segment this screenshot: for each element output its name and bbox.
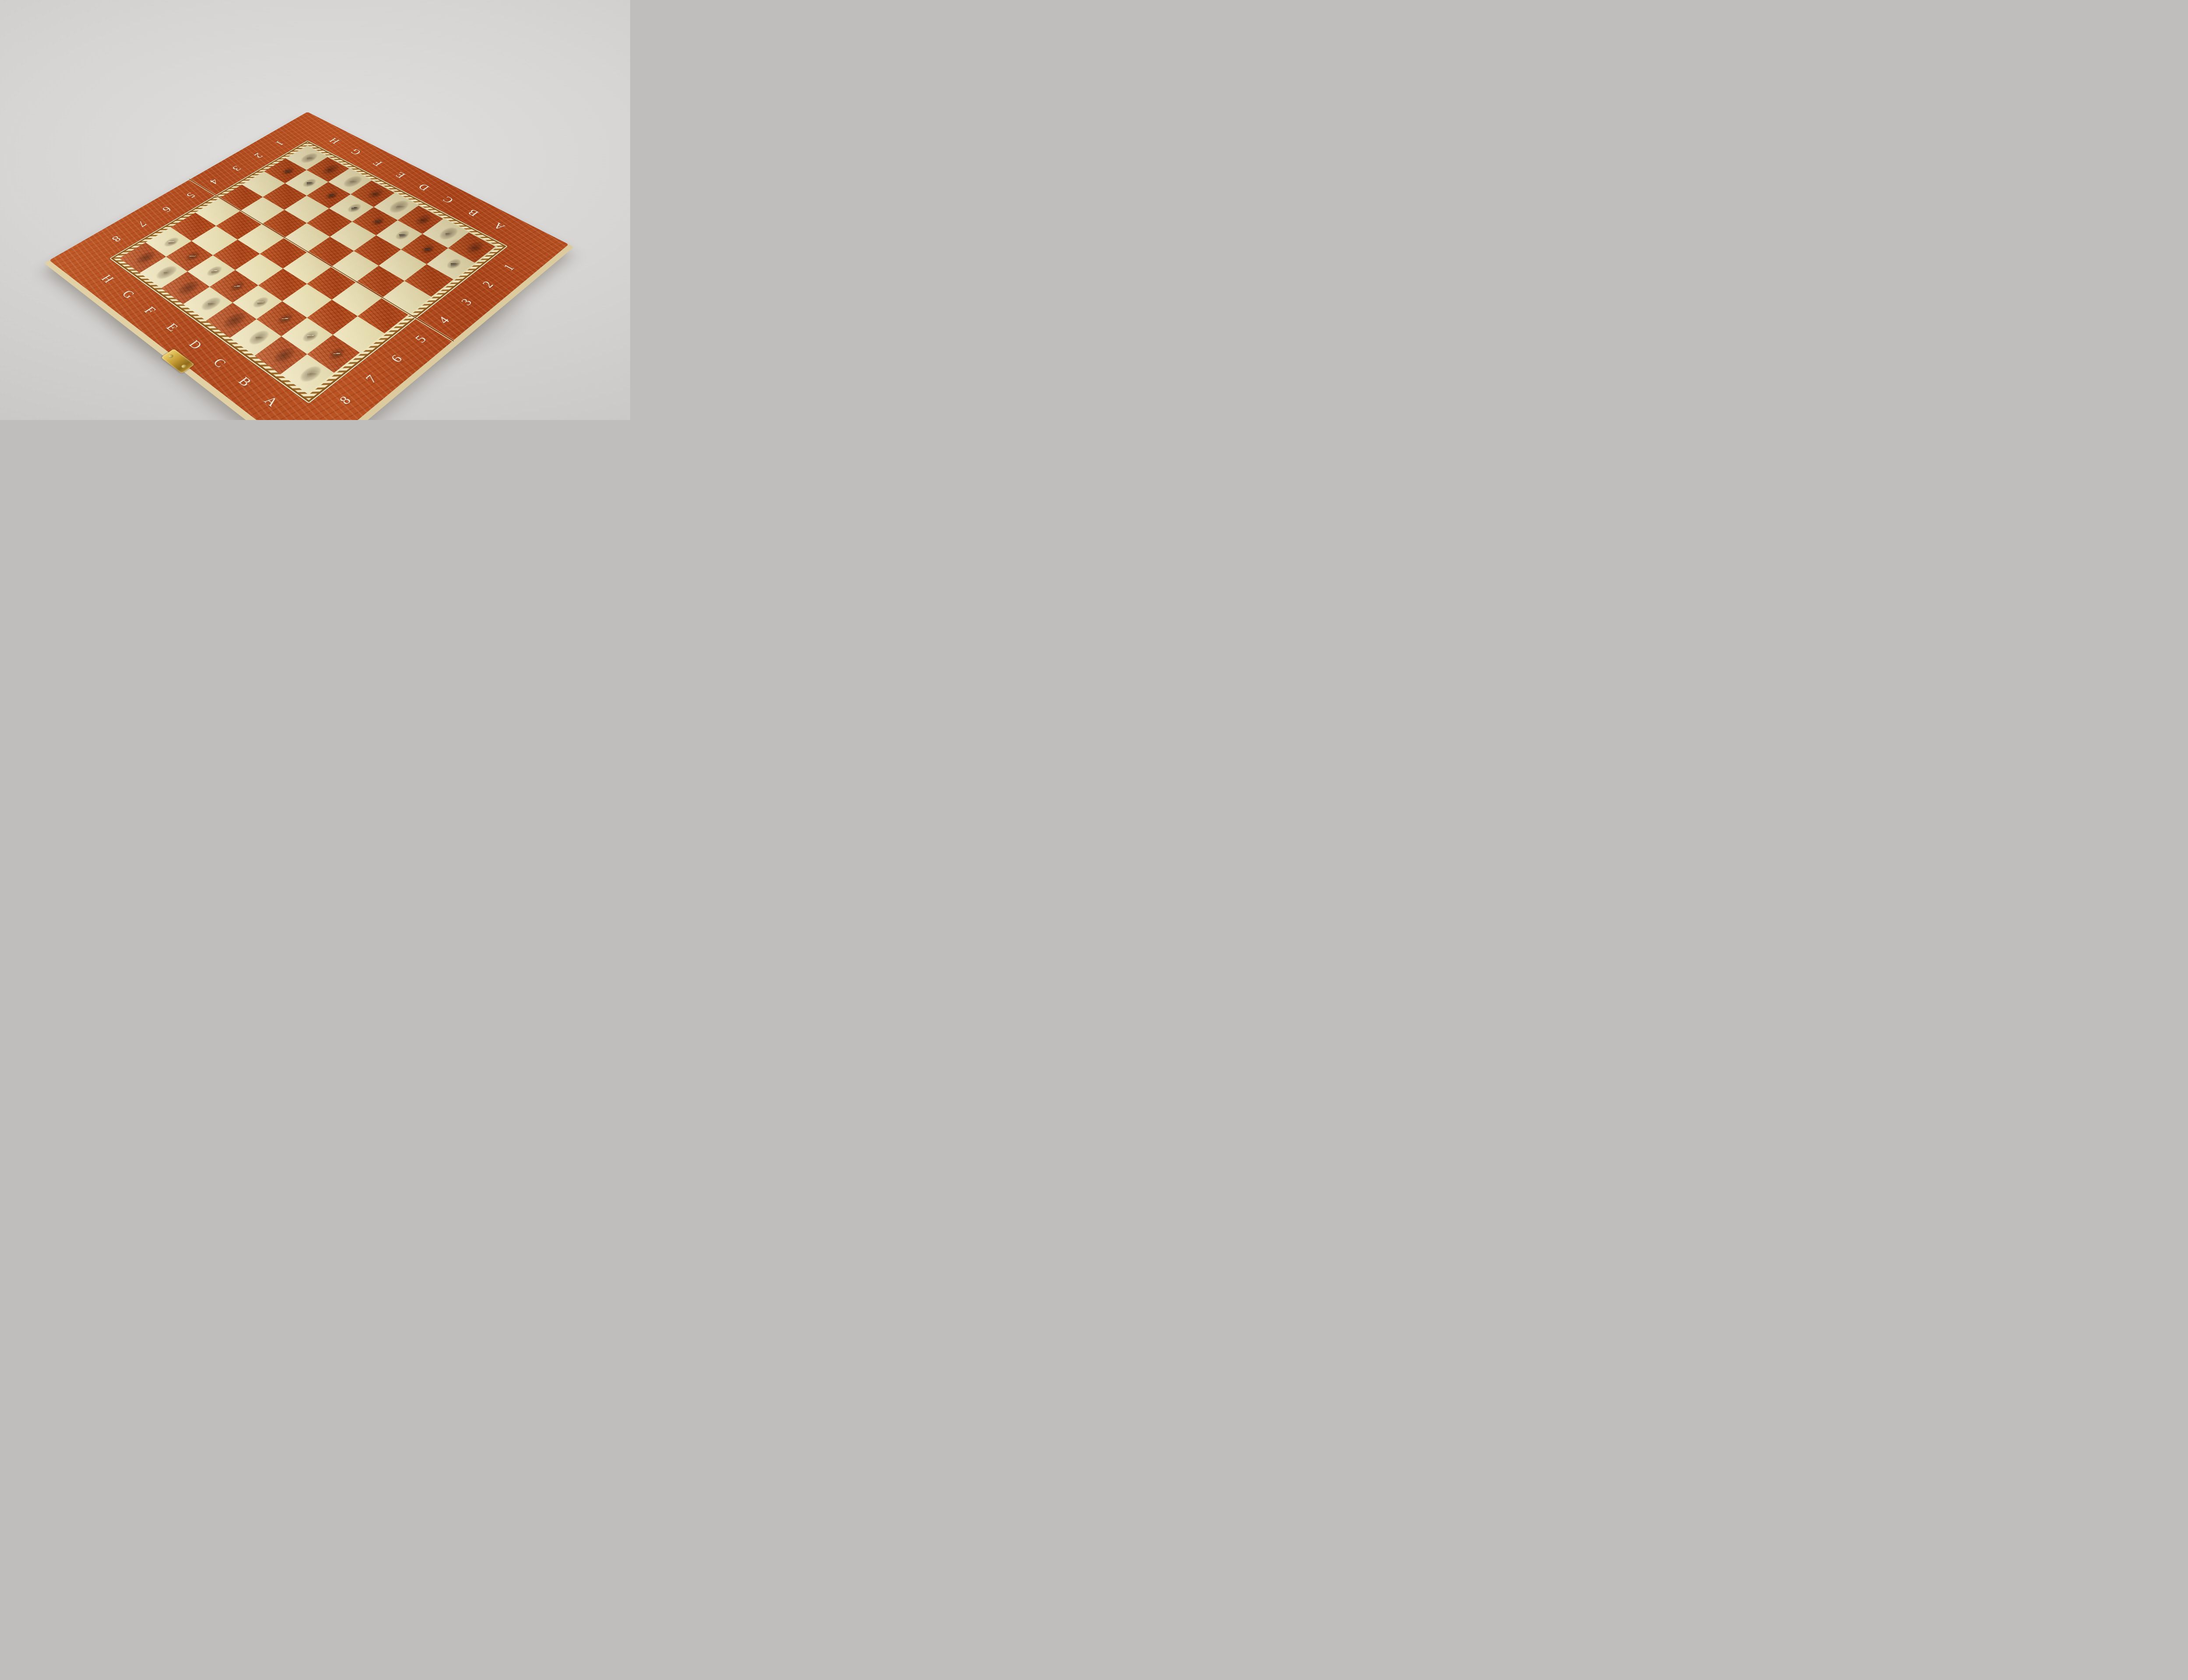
coordinate-label-file-D: D	[185, 338, 205, 352]
square-b3[interactable]	[379, 249, 427, 281]
square-b5[interactable]	[332, 282, 382, 316]
coordinate-label-file-H: H	[327, 136, 343, 145]
coordinate-label-file-H: H	[98, 273, 117, 285]
coordinate-label-file-C: C	[210, 356, 230, 370]
coordinate-label-rank-4: 4	[435, 314, 453, 326]
coordinate-label-rank-7: 7	[135, 219, 149, 228]
coordinate-label-rank-8: 8	[109, 234, 123, 244]
coordinate-label-rank-7: 7	[362, 372, 381, 386]
coordinate-label-rank-1: 1	[273, 139, 286, 147]
coordinate-label-rank-6: 6	[387, 352, 406, 365]
hinge-screw-icon	[180, 364, 187, 369]
coordinate-label-file-B: B	[235, 374, 255, 389]
coordinate-label-rank-5: 5	[184, 191, 198, 199]
white-king-icon: ♚	[215, 290, 247, 324]
chess-board: 8765432187654321HGFEDCBAHGFEDCBA♜♞♝♚♝♛♞♜…	[49, 112, 568, 420]
brass-hinge	[161, 349, 195, 374]
coordinate-label-file-G: G	[119, 288, 138, 301]
hinge-screw-icon	[168, 353, 175, 358]
square-b4[interactable]	[356, 266, 405, 298]
coordinate-label-rank-6: 6	[160, 205, 174, 214]
square-c5[interactable]	[307, 267, 355, 300]
coordinate-label-file-A: A	[491, 220, 508, 232]
coordinate-label-file-E: E	[163, 321, 182, 334]
coordinate-label-file-D: D	[416, 182, 432, 192]
coordinate-label-file-A: A	[260, 393, 282, 409]
coordinate-label-file-C: C	[440, 195, 456, 205]
coordinate-label-file-B: B	[465, 207, 481, 218]
coordinate-label-file-F: F	[371, 159, 385, 168]
coordinate-label-rank-2: 2	[251, 151, 265, 159]
square-c4[interactable]	[331, 251, 379, 283]
coordinate-label-rank-4: 4	[207, 177, 221, 185]
white-bishop-icon: ♝	[242, 312, 269, 341]
coordinate-label-rank-1: 1	[500, 262, 518, 273]
coordinate-label-rank-2: 2	[479, 279, 497, 290]
photo-background: 8765432187654321HGFEDCBAHGFEDCBA♜♞♝♚♝♛♞♜…	[0, 0, 630, 420]
coordinate-label-file-F: F	[140, 304, 158, 317]
coordinate-label-rank-3: 3	[458, 296, 476, 308]
coordinate-label-rank-8: 8	[336, 393, 354, 407]
square-d5[interactable]	[283, 252, 331, 284]
coordinate-label-rank-5: 5	[412, 333, 430, 345]
coordinate-label-rank-3: 3	[229, 164, 243, 172]
